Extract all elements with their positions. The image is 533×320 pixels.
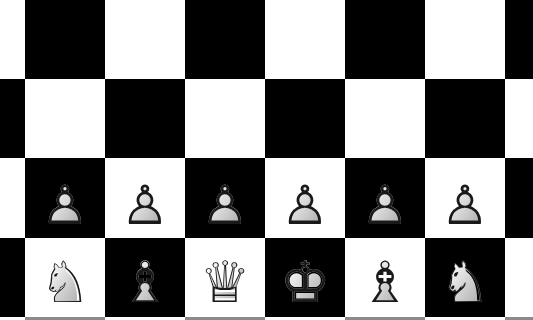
- square-d1[interactable]: ♛♕: [185, 238, 265, 318]
- square-h4[interactable]: [505, 0, 533, 79]
- square-e4[interactable]: [265, 0, 345, 79]
- white-bishop-glyph: ♝: [345, 243, 425, 320]
- white-pawn-glyph: ♟: [105, 166, 185, 246]
- chessboard-screenshot: ♟♙♟♙♟♙♟♙♟♙♟♙♞♘♝♗♛♕♚♔♝♗♞♘: [0, 0, 533, 320]
- square-h3[interactable]: [505, 79, 533, 159]
- white-pawn-outline-glyph: ♙: [185, 166, 265, 246]
- square-c4[interactable]: [105, 0, 185, 79]
- square-d4[interactable]: [185, 0, 265, 79]
- white-knight-outline-glyph: ♘: [425, 243, 505, 320]
- square-f2[interactable]: ♟♙: [345, 158, 425, 238]
- white-queen-glyph: ♛: [185, 243, 265, 320]
- white-bishop-glyph: ♝: [105, 243, 185, 320]
- square-f4[interactable]: [345, 0, 425, 79]
- square-b4[interactable]: [25, 0, 105, 79]
- square-e3[interactable]: [265, 79, 345, 159]
- square-c3[interactable]: [105, 79, 185, 159]
- white-queen-outline-glyph: ♕: [185, 243, 265, 320]
- white-bishop-outline-glyph: ♗: [105, 243, 185, 320]
- square-a2[interactable]: [0, 158, 25, 238]
- square-g4[interactable]: [425, 0, 505, 79]
- square-b1[interactable]: ♞♘: [25, 238, 105, 318]
- white-king-glyph: ♚: [265, 243, 345, 320]
- white-pawn-glyph: ♟: [185, 166, 265, 246]
- square-c1[interactable]: ♝♗: [105, 238, 185, 318]
- square-d3[interactable]: [185, 79, 265, 159]
- square-g2[interactable]: ♟♙: [425, 158, 505, 238]
- square-a1[interactable]: [0, 238, 25, 318]
- white-pawn-glyph: ♟: [25, 166, 105, 246]
- square-e1[interactable]: ♚♔: [265, 238, 345, 318]
- square-g3[interactable]: [425, 79, 505, 159]
- square-b2[interactable]: ♟♙: [25, 158, 105, 238]
- square-h2[interactable]: [505, 158, 533, 238]
- square-c2[interactable]: ♟♙: [105, 158, 185, 238]
- white-king-outline-glyph: ♔: [265, 243, 345, 320]
- white-pawn-outline-glyph: ♙: [345, 166, 425, 246]
- square-a3[interactable]: [0, 79, 25, 159]
- white-knight-glyph: ♞: [25, 243, 105, 320]
- square-a4[interactable]: [0, 0, 25, 79]
- white-pawn-glyph: ♟: [265, 166, 345, 246]
- white-pawn-glyph: ♟: [425, 166, 505, 246]
- square-b3[interactable]: [25, 79, 105, 159]
- square-f3[interactable]: [345, 79, 425, 159]
- white-knight-outline-glyph: ♘: [25, 243, 105, 320]
- white-knight-glyph: ♞: [425, 243, 505, 320]
- square-e2[interactable]: ♟♙: [265, 158, 345, 238]
- white-bishop-outline-glyph: ♗: [345, 243, 425, 320]
- square-g1[interactable]: ♞♘: [425, 238, 505, 318]
- white-pawn-outline-glyph: ♙: [25, 166, 105, 246]
- square-h1[interactable]: [505, 238, 533, 318]
- chess-board: ♟♙♟♙♟♙♟♙♟♙♟♙♞♘♝♗♛♕♚♔♝♗♞♘: [0, 0, 533, 320]
- square-f1[interactable]: ♝♗: [345, 238, 425, 318]
- white-pawn-outline-glyph: ♙: [105, 166, 185, 246]
- white-pawn-outline-glyph: ♙: [265, 166, 345, 246]
- white-pawn-outline-glyph: ♙: [425, 166, 505, 246]
- white-pawn-glyph: ♟: [345, 166, 425, 246]
- square-d2[interactable]: ♟♙: [185, 158, 265, 238]
